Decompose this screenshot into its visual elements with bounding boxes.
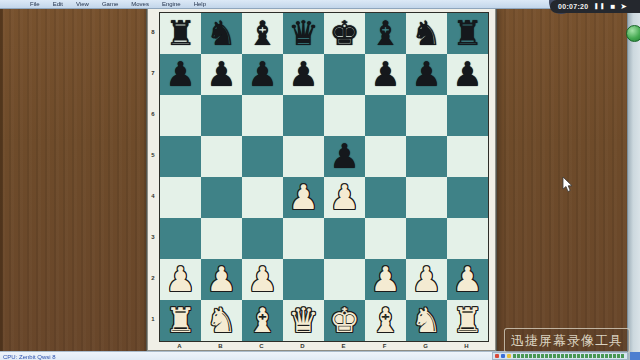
rank-label-4: 4 (147, 193, 159, 199)
white-knight-piece[interactable]: ♞ (411, 300, 441, 341)
square-b5[interactable] (201, 136, 242, 177)
square-d5[interactable] (283, 136, 324, 177)
square-d4[interactable]: ♟ (283, 177, 324, 218)
square-c2[interactable]: ♟ (242, 259, 283, 300)
square-a3[interactable] (160, 218, 201, 259)
black-pawn-piece[interactable]: ♟ (247, 54, 277, 95)
recorder-floating-ball-icon[interactable] (626, 25, 640, 42)
white-bishop-piece[interactable]: ♝ (370, 300, 400, 341)
square-g8[interactable]: ♞ (406, 13, 447, 54)
rank-label-3: 3 (147, 234, 159, 240)
black-bishop-piece[interactable]: ♝ (247, 13, 277, 54)
square-a2[interactable]: ♟ (160, 259, 201, 300)
square-a1[interactable]: ♜ (160, 300, 201, 341)
square-g6[interactable] (406, 95, 447, 136)
square-e4[interactable]: ♟ (324, 177, 365, 218)
square-f7[interactable]: ♟ (365, 54, 406, 95)
square-e6[interactable] (324, 95, 365, 136)
square-d8[interactable]: ♛ (283, 13, 324, 54)
black-pawn-piece[interactable]: ♟ (452, 54, 482, 95)
chess-board[interactable]: ♜♞♝♛♚♝♞♜♟♟♟♟♟♟♟♟♟♟♟♟♟♟♟♟♜♞♝♛♚♝♞♜ (159, 12, 489, 342)
square-h1[interactable]: ♜ (447, 300, 488, 341)
black-rook-piece[interactable]: ♜ (452, 13, 482, 54)
black-pawn-piece[interactable]: ♟ (370, 54, 400, 95)
status-text: CPU: Zenbit Qwsi 8 (3, 354, 56, 360)
sliver-icon-0 (507, 354, 511, 358)
square-h8[interactable]: ♜ (447, 13, 488, 54)
menu-item-view[interactable]: View (76, 1, 89, 8)
black-king-piece[interactable]: ♚ (329, 13, 359, 54)
rank-label-1: 1 (147, 316, 159, 322)
square-d3[interactable] (283, 218, 324, 259)
square-a5[interactable] (160, 136, 201, 177)
square-e2[interactable] (324, 259, 365, 300)
menu-item-edit[interactable]: Edit (53, 1, 63, 8)
white-rook-piece[interactable]: ♜ (165, 300, 195, 341)
file-label-d: D (282, 343, 323, 349)
square-a6[interactable] (160, 95, 201, 136)
rank-label-6: 6 (147, 111, 159, 117)
square-b2[interactable]: ♟ (201, 259, 242, 300)
white-knight-piece[interactable]: ♞ (206, 300, 236, 341)
square-f4[interactable] (365, 177, 406, 218)
rank-label-5: 5 (147, 152, 159, 158)
square-b6[interactable] (201, 95, 242, 136)
square-h7[interactable]: ♟ (447, 54, 488, 95)
square-f2[interactable]: ♟ (365, 259, 406, 300)
square-d2[interactable] (283, 259, 324, 300)
square-b1[interactable]: ♞ (201, 300, 242, 341)
square-g1[interactable]: ♞ (406, 300, 447, 341)
file-label-b: B (200, 343, 241, 349)
white-bishop-piece[interactable]: ♝ (247, 300, 277, 341)
black-pawn-piece[interactable]: ♟ (288, 54, 318, 95)
chess-board-frame: ♜♞♝♛♚♝♞♜♟♟♟♟♟♟♟♟♟♟♟♟♟♟♟♟♜♞♝♛♚♝♞♜ 8765432… (146, 5, 497, 352)
white-pawn-piece[interactable]: ♟ (247, 259, 277, 300)
square-a8[interactable]: ♜ (160, 13, 201, 54)
file-label-h: H (446, 343, 487, 349)
square-g4[interactable] (406, 177, 447, 218)
square-g5[interactable] (406, 136, 447, 177)
left-shadow-edge (0, 9, 3, 360)
menu-item-help[interactable]: Help (194, 1, 206, 8)
white-pawn-piece[interactable]: ♟ (329, 177, 359, 218)
file-label-a: A (159, 343, 200, 349)
black-pawn-piece[interactable]: ♟ (206, 54, 236, 95)
menu-item-moves[interactable]: Moves (131, 1, 149, 8)
white-pawn-piece[interactable]: ♟ (411, 259, 441, 300)
square-b7[interactable]: ♟ (201, 54, 242, 95)
black-pawn-piece[interactable]: ♟ (329, 136, 359, 177)
square-c7[interactable]: ♟ (242, 54, 283, 95)
file-label-c: C (241, 343, 282, 349)
expand-arrow-icon[interactable]: ➤ (620, 0, 627, 13)
square-g3[interactable] (406, 218, 447, 259)
taskbar-sliver (492, 352, 628, 360)
square-h4[interactable] (447, 177, 488, 218)
stop-icon[interactable]: ■ (610, 0, 615, 13)
square-f1[interactable]: ♝ (365, 300, 406, 341)
sliver-green-text (513, 354, 624, 358)
square-b3[interactable] (201, 218, 242, 259)
square-b8[interactable]: ♞ (201, 13, 242, 54)
black-queen-piece[interactable]: ♛ (288, 13, 318, 54)
right-side-panel-strip (627, 9, 640, 360)
square-e5[interactable]: ♟ (324, 136, 365, 177)
recorder-watermark: 迅捷屏幕录像工具 (504, 328, 630, 353)
white-pawn-piece[interactable]: ♟ (370, 259, 400, 300)
black-knight-piece[interactable]: ♞ (411, 13, 441, 54)
square-f6[interactable] (365, 95, 406, 136)
square-b4[interactable] (201, 177, 242, 218)
square-h3[interactable] (447, 218, 488, 259)
pause-icon[interactable]: ❚❚ (593, 0, 605, 13)
square-a7[interactable]: ♟ (160, 54, 201, 95)
rank-label-8: 8 (147, 29, 159, 35)
rank-label-2: 2 (147, 275, 159, 281)
square-h6[interactable] (447, 95, 488, 136)
sliver-icon-1 (501, 354, 505, 358)
black-bishop-piece[interactable]: ♝ (370, 13, 400, 54)
square-e8[interactable]: ♚ (324, 13, 365, 54)
recording-timer: 00:07:20 (558, 3, 588, 10)
square-f3[interactable] (365, 218, 406, 259)
square-c1[interactable]: ♝ (242, 300, 283, 341)
square-c8[interactable]: ♝ (242, 13, 283, 54)
square-c4[interactable] (242, 177, 283, 218)
white-queen-piece[interactable]: ♛ (288, 300, 318, 341)
black-rook-piece[interactable]: ♜ (165, 13, 195, 54)
white-pawn-piece[interactable]: ♟ (165, 259, 195, 300)
white-pawn-piece[interactable]: ♟ (452, 259, 482, 300)
white-pawn-piece[interactable]: ♟ (206, 259, 236, 300)
square-d6[interactable] (283, 95, 324, 136)
square-e1[interactable]: ♚ (324, 300, 365, 341)
watermark-text: 迅捷屏幕录像工具 (511, 332, 623, 350)
square-c3[interactable] (242, 218, 283, 259)
file-label-e: E (323, 343, 364, 349)
square-e7[interactable] (324, 54, 365, 95)
square-h2[interactable]: ♟ (447, 259, 488, 300)
square-a4[interactable] (160, 177, 201, 218)
menu-item-game[interactable]: Game (102, 1, 118, 8)
black-knight-piece[interactable]: ♞ (206, 13, 236, 54)
menu-item-file[interactable]: File (30, 1, 40, 8)
square-d7[interactable]: ♟ (283, 54, 324, 95)
square-c5[interactable] (242, 136, 283, 177)
mouse-cursor (562, 177, 574, 193)
square-h5[interactable] (447, 136, 488, 177)
white-king-piece[interactable]: ♚ (329, 300, 359, 341)
square-g2[interactable]: ♟ (406, 259, 447, 300)
square-f5[interactable] (365, 136, 406, 177)
square-d1[interactable]: ♛ (283, 300, 324, 341)
square-e3[interactable] (324, 218, 365, 259)
file-label-f: F (364, 343, 405, 349)
rank-label-7: 7 (147, 70, 159, 76)
screen-recorder-toolbar: 00:07:20 ❚❚ ■ ➤ (550, 0, 640, 13)
white-rook-piece[interactable]: ♜ (452, 300, 482, 341)
right-bottom-blue-fragment (630, 352, 640, 360)
sliver-icon-2 (495, 354, 499, 358)
file-label-g: G (405, 343, 446, 349)
menu-bar: FileEditViewGameMovesEngineHelp (0, 0, 640, 9)
square-f8[interactable]: ♝ (365, 13, 406, 54)
square-c6[interactable] (242, 95, 283, 136)
black-pawn-piece[interactable]: ♟ (165, 54, 195, 95)
white-pawn-piece[interactable]: ♟ (288, 177, 318, 218)
black-pawn-piece[interactable]: ♟ (411, 54, 441, 95)
menu-item-engine[interactable]: Engine (162, 1, 181, 8)
square-g7[interactable]: ♟ (406, 54, 447, 95)
